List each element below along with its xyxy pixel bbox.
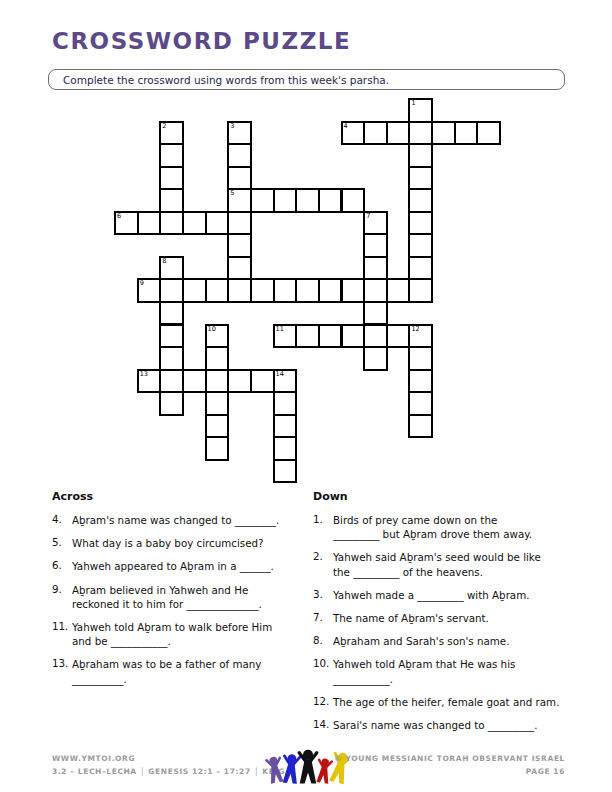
clue-number: 9. [52,583,72,611]
grid-cell-r12c1[interactable]: 13 [138,370,161,393]
down-clues-list: 1.Birds of prey came down on the________… [313,513,569,732]
cell-number-12: 12 [411,326,419,333]
across-clue-6: 6.Yahweh appeared to Aḇram in a ______. [52,559,302,573]
grid-cell-r2c5[interactable] [228,144,251,167]
grid-cell-r7c13[interactable] [409,257,432,280]
clue-number: 10. [313,657,333,685]
grid-cell-r15c4[interactable] [206,437,229,460]
grid-cell-r8c10[interactable] [342,279,365,302]
clue-number: 5. [52,536,72,550]
instruction-box: Complete the crossword using words from … [48,69,565,90]
grid-cell-r16c7[interactable] [274,460,297,483]
grid-cell-r8c3[interactable] [183,279,206,302]
grid-cell-r12c2[interactable] [160,370,183,393]
down-clue-3: 3.Yahweh made a _________ with Aḇram. [313,588,569,602]
grid-cell-r4c2[interactable] [160,189,183,212]
clue-text: Birds of prey came down on the_________ … [333,513,569,541]
grid-cell-r10c13[interactable]: 12 [409,325,432,348]
grid-cell-r5c3[interactable] [183,212,206,235]
across-clues-section: Across 4.Aḇram's name was changed to ___… [52,490,302,695]
clue-number: 8. [313,634,333,648]
grid-cell-r8c8[interactable] [296,279,319,302]
grid-cell-r14c13[interactable] [409,415,432,438]
down-clue-8: 8.Aḇraham and Sarah's son's name. [313,634,569,648]
grid-cell-r8c13[interactable] [409,279,432,302]
grid-cell-r1c13[interactable] [409,122,432,145]
cell-number-2: 2 [162,123,166,130]
cell-number-6: 6 [117,213,121,220]
clue-text: Yahweh made a _________ with Aḇram. [333,588,569,602]
footer-website: WWW.YMTOI.ORG [52,752,285,765]
grid-cell-r13c7[interactable] [274,392,297,415]
grid-cell-r13c2[interactable] [160,392,183,415]
grid-cell-r1c15[interactable] [455,122,478,145]
footer-left: WWW.YMTOI.ORG 3.2 – LECH–LECHA │ GENESIS… [52,752,285,778]
grid-cell-r5c2[interactable] [160,212,183,235]
grid-cell-r1c10[interactable]: 4 [342,122,365,145]
clue-number: 11. [52,620,72,648]
down-clue-2: 2.Yahweh said Aḇram's seed would be like… [313,550,569,578]
clue-text: Aḇraham was to be a father of many______… [72,657,302,685]
instruction-text: Complete the crossword using words from … [63,74,389,86]
down-clue-7: 7.The name of Aḇram's servant. [313,611,569,625]
grid-cell-r3c2[interactable] [160,167,183,190]
cell-number-14: 14 [276,371,284,378]
grid-cell-r4c7[interactable] [274,189,297,212]
clue-number: 6. [52,559,72,573]
grid-cell-r8c5[interactable] [228,279,251,302]
grid-cell-r11c13[interactable] [409,347,432,370]
grid-cell-r7c5[interactable] [228,257,251,280]
grid-cell-r10c11[interactable] [364,325,387,348]
grid-cell-r5c0[interactable]: 6 [115,212,138,235]
clue-text: Yahweh appeared to Aḇram in a ______. [72,559,302,573]
grid-cell-r13c13[interactable] [409,392,432,415]
grid-cell-r5c11[interactable]: 7 [364,212,387,235]
grid-cell-r0c13[interactable]: 1 [409,99,432,122]
clue-text: Aḇram believed in Yahweh and Hereckoned … [72,583,302,611]
clue-number: 4. [52,513,72,527]
clue-text: Yahweh told Aḇram to walk before Himand … [72,620,302,648]
down-clue-10: 10.Yahweh told Aḇram that He was his____… [313,657,569,685]
grid-cell-r11c4[interactable] [206,347,229,370]
clue-number: 12. [313,695,333,709]
grid-cell-r8c6[interactable] [251,279,274,302]
footer-lesson: 3.2 – LECH–LECHA │ GENESIS 12:1 – 17:27 … [52,765,285,778]
clue-text: What day is a baby boy circumcised? [72,536,302,550]
grid-cell-r5c4[interactable] [206,212,229,235]
grid-cell-r1c5[interactable]: 3 [228,122,251,145]
grid-cell-r12c7[interactable]: 14 [274,370,297,393]
grid-cell-r1c14[interactable] [432,122,455,145]
grid-cell-r14c7[interactable] [274,415,297,438]
cell-number-10: 10 [208,326,216,333]
cell-number-5: 5 [230,190,234,197]
cell-number-3: 3 [230,123,234,130]
grid-cell-r2c13[interactable] [409,144,432,167]
grid-cell-r4c5[interactable]: 5 [228,189,251,212]
grid-cell-r4c13[interactable] [409,189,432,212]
grid-cell-r1c12[interactable] [387,122,410,145]
cell-number-8: 8 [162,258,166,265]
grid-cell-r8c2[interactable] [160,279,183,302]
down-clue-1: 1.Birds of prey came down on the________… [313,513,569,541]
grid-cell-r4c9[interactable] [319,189,342,212]
down-clues-section: Down 1.Birds of prey came down on the___… [313,490,569,741]
grid-cell-r1c2[interactable]: 2 [160,122,183,145]
cell-number-4: 4 [344,123,348,130]
grid-cell-r10c4[interactable]: 10 [206,325,229,348]
cell-number-7: 7 [366,213,370,220]
clue-text: Yahweh said Aḇram's seed would be liketh… [333,550,569,578]
grid-cell-r5c5[interactable] [228,212,251,235]
grid-cell-r8c1[interactable]: 9 [138,279,161,302]
grid-cell-r6c5[interactable] [228,234,251,257]
clue-text: Aḇraham and Sarah's son's name. [333,634,569,648]
grid-cell-r9c11[interactable] [364,302,387,325]
grid-cell-r5c1[interactable] [138,212,161,235]
across-clue-9: 9.Aḇram believed in Yahweh and Hereckone… [52,583,302,611]
grid-cell-r8c12[interactable] [387,279,410,302]
grid-cell-r6c11[interactable] [364,234,387,257]
clue-number: 7. [313,611,333,625]
grid-cell-r10c8[interactable] [296,325,319,348]
grid-cell-r7c2[interactable]: 8 [160,257,183,280]
crossword-grid: 1234567891011121314 [115,99,501,484]
clue-text: Yahweh told Aḇram that He was his_______… [333,657,569,685]
down-clue-12: 12.The age of the heifer, female goat an… [313,695,569,709]
grid-cell-r12c3[interactable] [183,370,206,393]
clue-number: 2. [313,550,333,578]
down-header: Down [313,490,569,503]
grid-cell-r1c16[interactable] [477,122,500,145]
grid-cell-r12c5[interactable] [228,370,251,393]
worksheet-page: CROSSWORD PUZZLE Complete the crossword … [0,0,612,792]
footer-right: © YOUNG MESSIANIC TORAH OBSERVANT ISRAEL… [334,752,565,778]
cell-number-13: 13 [140,371,148,378]
clue-number: 1. [313,513,333,541]
logo-figure-2 [282,754,300,784]
cell-number-9: 9 [140,280,144,287]
grid-cell-r6c13[interactable] [409,234,432,257]
grid-cell-r10c12[interactable] [387,325,410,348]
clue-number: 3. [313,588,333,602]
logo-figure-3 [299,750,317,784]
across-clue-13: 13.Aḇraham was to be a father of many___… [52,657,302,685]
clue-text: The age of the heifer, female goat and r… [333,695,569,709]
across-header: Across [52,490,302,503]
grid-cell-r9c2[interactable] [160,302,183,325]
grid-cell-r12c13[interactable] [409,370,432,393]
cell-number-11: 11 [276,326,284,333]
grid-cell-r11c2[interactable] [160,347,183,370]
grid-cell-r11c11[interactable] [364,347,387,370]
clue-number: 13. [52,657,72,685]
across-clue-5: 5.What day is a baby boy circumcised? [52,536,302,550]
grid-cell-r5c13[interactable] [409,212,432,235]
grid-cell-r7c11[interactable] [364,257,387,280]
across-clues-list: 4.Aḇram's name was changed to ________.5… [52,513,302,686]
grid-cell-r3c13[interactable] [409,167,432,190]
grid-cell-r3c5[interactable] [228,167,251,190]
grid-cell-r4c10[interactable] [342,189,365,212]
grid-cell-r10c7[interactable]: 11 [274,325,297,348]
logo-figure-1 [266,756,284,784]
across-clue-11: 11.Yahweh told Aḇram to walk before Hima… [52,620,302,648]
grid-cell-r12c4[interactable] [206,370,229,393]
clue-text: The name of Aḇram's servant. [333,611,569,625]
grid-cell-r8c9[interactable] [319,279,342,302]
clue-number: 14. [313,718,333,732]
grid-cell-r13c4[interactable] [206,392,229,415]
across-clue-4: 4.Aḇram's name was changed to ________. [52,513,302,527]
clue-text: Sarai's name was changed to _________. [333,718,569,732]
grid-cell-r10c9[interactable] [319,325,342,348]
grid-cell-r8c7[interactable] [274,279,297,302]
grid-cell-r8c11[interactable] [364,279,387,302]
grid-cell-r10c10[interactable] [342,325,365,348]
grid-cell-r4c8[interactable] [296,189,319,212]
grid-cell-r1c11[interactable] [364,122,387,145]
grid-cell-r2c2[interactable] [160,144,183,167]
grid-cell-r10c2[interactable] [160,325,183,348]
grid-cell-r8c4[interactable] [206,279,229,302]
grid-cell-r4c6[interactable] [251,189,274,212]
footer-copyright: © YOUNG MESSIANIC TORAH OBSERVANT ISRAEL [334,752,565,765]
clue-text: Aḇram's name was changed to ________. [72,513,302,527]
footer-page-number: PAGE 16 [334,765,565,778]
page-title: CROSSWORD PUZZLE [52,28,351,54]
down-clue-14: 14.Sarai's name was changed to _________… [313,718,569,732]
cell-number-1: 1 [411,100,415,107]
grid-cell-r15c7[interactable] [274,437,297,460]
grid-cell-r12c6[interactable] [251,370,274,393]
grid-cell-r14c4[interactable] [206,415,229,438]
